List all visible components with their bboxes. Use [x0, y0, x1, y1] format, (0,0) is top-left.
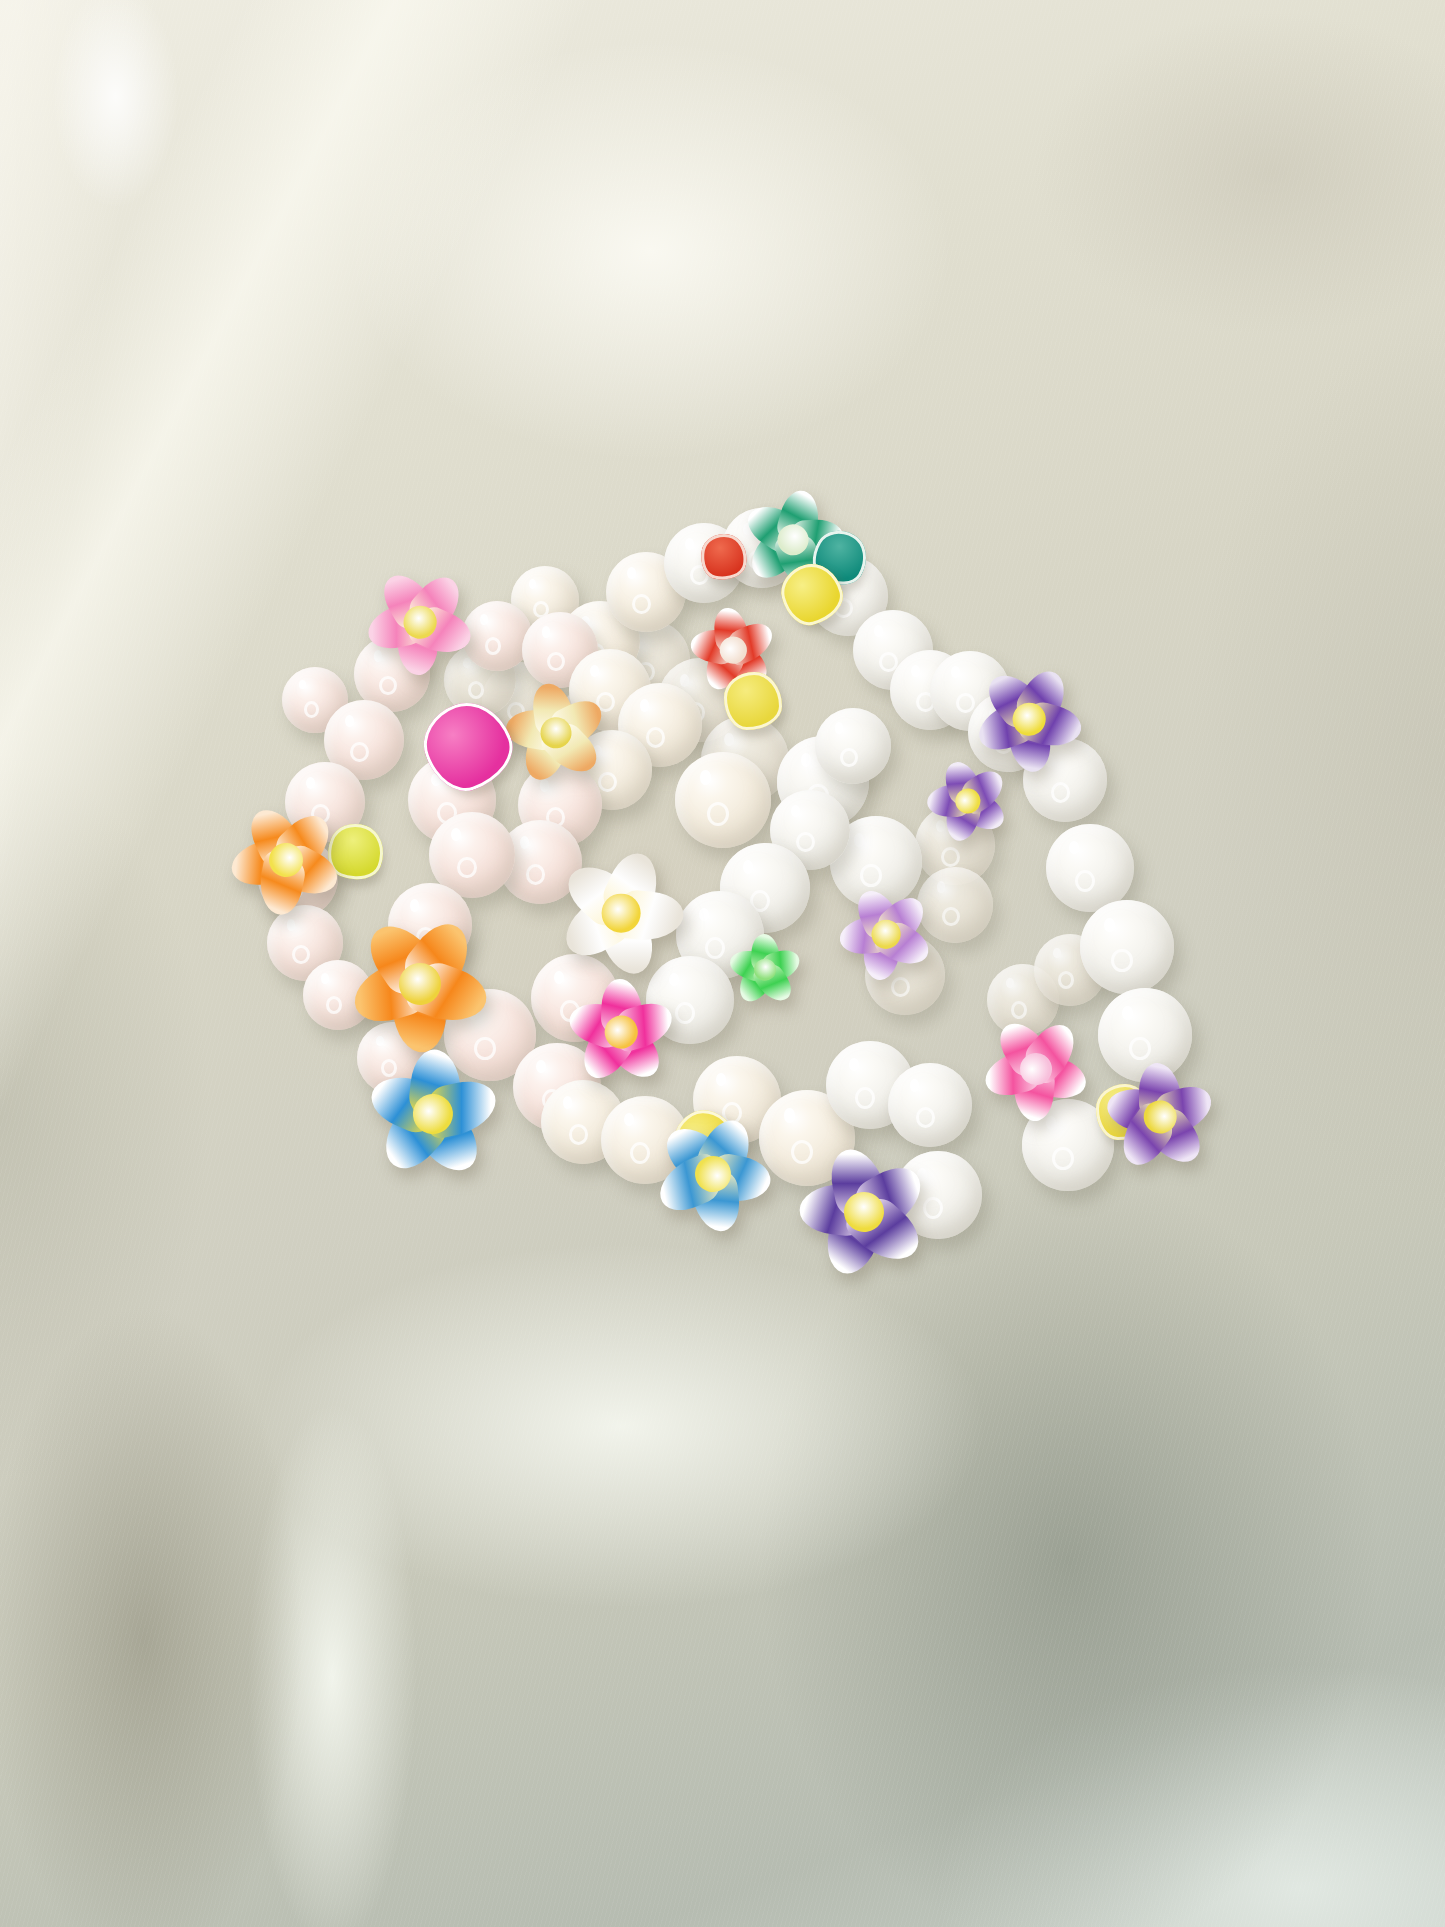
bracelet-photo [0, 0, 1445, 1927]
flower-petals [641, 1102, 786, 1247]
flower-petals [491, 668, 621, 798]
magenta-striped-plumeria [573, 984, 669, 1080]
purple-yellow-flower-d [1111, 1068, 1209, 1166]
flower-petals [916, 749, 1020, 853]
flower-petals [345, 909, 495, 1059]
flower-petals [232, 806, 340, 914]
pale-yellow-flower [510, 687, 602, 779]
blue-plumeria [374, 1055, 492, 1173]
flower-center [602, 894, 641, 933]
yellow-bud-a [724, 672, 782, 730]
white-plumeria [564, 856, 678, 970]
purple-yellow-flower-b [931, 764, 1005, 838]
green-flower [732, 937, 798, 1003]
flower-petals [830, 878, 942, 990]
pink-white-swirl-flower [989, 1022, 1083, 1116]
flower-petals [719, 924, 812, 1017]
flower-layer [0, 0, 1445, 1927]
flower-petals [360, 562, 481, 683]
flower-petals [782, 1130, 947, 1295]
flower-petals [1093, 1050, 1227, 1184]
flower-petals [559, 970, 684, 1095]
purple-yellow-flower-a [981, 671, 1077, 767]
blue-yellow-flower [660, 1121, 766, 1227]
lilac-flower [844, 892, 928, 976]
flower-petals [564, 856, 678, 970]
orange-plumeria [358, 922, 482, 1046]
flower-petals [971, 1004, 1102, 1135]
magenta-blob-flower [413, 691, 523, 801]
orange-side-flower [236, 810, 336, 910]
pink-plumeria [372, 574, 468, 670]
flower-petals [973, 663, 1084, 774]
flower-petals [359, 1040, 508, 1189]
purple-plumeria [805, 1153, 923, 1271]
